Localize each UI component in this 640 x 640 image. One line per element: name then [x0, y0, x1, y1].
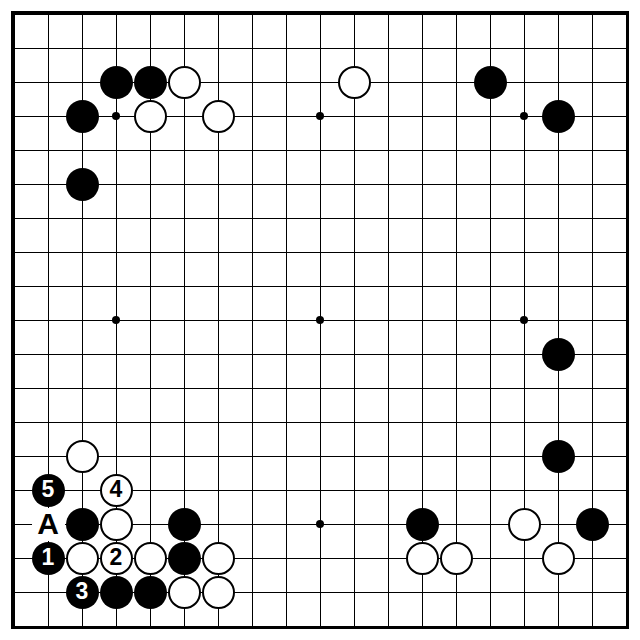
stone-black	[100, 576, 133, 609]
stone-white	[100, 508, 133, 541]
stone-black-move-5: 5	[32, 474, 65, 507]
star-point	[316, 112, 324, 120]
stone-black	[168, 508, 201, 541]
stone-black	[576, 508, 609, 541]
stone-black	[542, 338, 575, 371]
stone-black	[406, 508, 439, 541]
stone-black	[474, 66, 507, 99]
stone-black	[100, 66, 133, 99]
board-points: 54A123	[0, 0, 640, 640]
point-label-A: A	[32, 508, 65, 541]
stone-black	[134, 66, 167, 99]
stone-white	[202, 542, 235, 575]
stone-white	[168, 576, 201, 609]
star-point	[316, 316, 324, 324]
stone-black	[66, 168, 99, 201]
stone-white	[542, 542, 575, 575]
go-board: 54A123	[11, 11, 629, 629]
stone-black	[66, 508, 99, 541]
stone-white	[134, 542, 167, 575]
star-point	[112, 316, 120, 324]
stone-black-move-3: 3	[66, 576, 99, 609]
star-point	[520, 316, 528, 324]
star-point	[112, 112, 120, 120]
stone-white-move-4: 4	[100, 474, 133, 507]
stone-black	[168, 542, 201, 575]
stone-white	[202, 576, 235, 609]
star-point	[316, 520, 324, 528]
stone-white	[338, 66, 371, 99]
stone-white	[66, 542, 99, 575]
stone-black	[66, 100, 99, 133]
stone-white	[134, 100, 167, 133]
stone-white	[168, 66, 201, 99]
stone-black	[134, 576, 167, 609]
stone-white	[440, 542, 473, 575]
stone-white	[406, 542, 439, 575]
stone-white	[202, 100, 235, 133]
stone-black-move-1: 1	[32, 542, 65, 575]
stone-black	[542, 440, 575, 473]
star-point	[520, 112, 528, 120]
stone-black	[542, 100, 575, 133]
stone-white	[66, 440, 99, 473]
stone-white-move-2: 2	[100, 542, 133, 575]
stone-white	[508, 508, 541, 541]
